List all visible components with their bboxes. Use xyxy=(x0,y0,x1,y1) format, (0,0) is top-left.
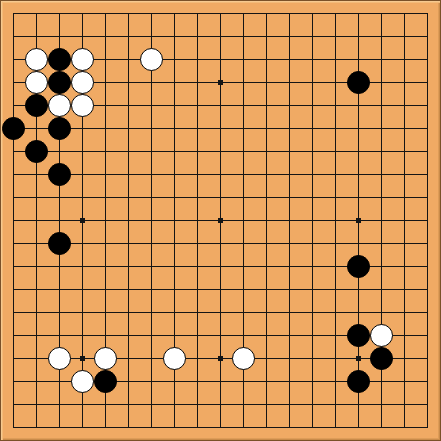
white-stone-cell: ○ xyxy=(163,347,186,370)
white-stone-cell: ○ xyxy=(94,347,117,370)
black-stone-cell: ● xyxy=(48,232,71,255)
black-stone-cell: ● xyxy=(25,94,48,117)
white-stone-cell: ○ xyxy=(48,347,71,370)
black-stone[interactable]: ● xyxy=(2,117,25,140)
go-board[interactable]: ●●●●●●●●●●●●●●○○○○○○○○○○○○○ xyxy=(0,0,441,441)
white-stone-cell: ○ xyxy=(370,324,393,347)
white-stone-cell: ○ xyxy=(71,48,94,71)
black-stone-cell: ● xyxy=(48,48,71,71)
black-stone[interactable]: ● xyxy=(347,71,370,94)
white-stone-cell: ○ xyxy=(25,48,48,71)
white-stone-cell: ○ xyxy=(71,94,94,117)
black-stone[interactable]: ● xyxy=(48,71,71,94)
black-stone-cell: ● xyxy=(48,163,71,186)
white-stone[interactable]: ○ xyxy=(71,94,94,117)
black-stone[interactable]: ● xyxy=(347,370,370,393)
white-stone-cell: ○ xyxy=(232,347,255,370)
black-stone-cell: ● xyxy=(48,71,71,94)
white-stone-cell: ○ xyxy=(71,370,94,393)
black-stone[interactable]: ● xyxy=(48,232,71,255)
black-stone[interactable]: ● xyxy=(370,347,393,370)
black-stone[interactable]: ● xyxy=(48,117,71,140)
black-stone-cell: ● xyxy=(347,71,370,94)
black-stone[interactable]: ● xyxy=(48,48,71,71)
black-stone[interactable]: ● xyxy=(25,94,48,117)
white-stone[interactable]: ○ xyxy=(370,324,393,347)
white-stone[interactable]: ○ xyxy=(71,48,94,71)
white-stone[interactable]: ○ xyxy=(232,347,255,370)
white-stone-cell: ○ xyxy=(71,71,94,94)
white-stone-cell: ○ xyxy=(140,48,163,71)
white-stone[interactable]: ○ xyxy=(94,347,117,370)
white-stone[interactable]: ○ xyxy=(48,94,71,117)
black-stone[interactable]: ● xyxy=(347,324,370,347)
white-stone[interactable]: ○ xyxy=(48,347,71,370)
white-stone-cell: ○ xyxy=(48,94,71,117)
black-stone-cell: ● xyxy=(370,347,393,370)
white-stone[interactable]: ○ xyxy=(25,48,48,71)
black-stone-cell: ● xyxy=(347,324,370,347)
black-stone[interactable]: ● xyxy=(48,163,71,186)
black-stone-cell: ● xyxy=(347,370,370,393)
white-stone[interactable]: ○ xyxy=(163,347,186,370)
white-stone[interactable]: ○ xyxy=(140,48,163,71)
white-stone[interactable]: ○ xyxy=(71,71,94,94)
black-stone[interactable]: ● xyxy=(25,140,48,163)
black-stone[interactable]: ● xyxy=(94,370,117,393)
black-stone[interactable]: ● xyxy=(347,255,370,278)
black-stone-cell: ● xyxy=(2,117,25,140)
white-stone[interactable]: ○ xyxy=(25,71,48,94)
white-stone-cell: ○ xyxy=(25,71,48,94)
white-stone[interactable]: ○ xyxy=(71,370,94,393)
black-stone-cell: ● xyxy=(94,370,117,393)
black-stone-cell: ● xyxy=(48,117,71,140)
black-stone-cell: ● xyxy=(347,255,370,278)
stones-layer: ●●●●●●●●●●●●●●○○○○○○○○○○○○○ xyxy=(2,2,439,439)
black-stone-cell: ● xyxy=(25,140,48,163)
